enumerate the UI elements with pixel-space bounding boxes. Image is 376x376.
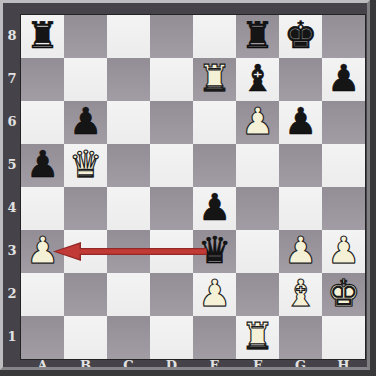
- square-d5[interactable]: [150, 144, 193, 187]
- square-g1[interactable]: [279, 316, 322, 359]
- square-b5[interactable]: ♛: [64, 144, 107, 187]
- white-pawn-a3[interactable]: ♟: [26, 229, 59, 272]
- square-b6[interactable]: ♟: [64, 101, 107, 144]
- square-b7[interactable]: [64, 58, 107, 101]
- square-f3[interactable]: [236, 230, 279, 273]
- square-f1[interactable]: ♜: [236, 316, 279, 359]
- square-f5[interactable]: [236, 144, 279, 187]
- square-e4[interactable]: ♟: [193, 187, 236, 230]
- square-h6[interactable]: [322, 101, 365, 144]
- square-e3[interactable]: ♛: [193, 230, 236, 273]
- square-h5[interactable]: [322, 144, 365, 187]
- file-label-g: G: [279, 360, 322, 370]
- square-g5[interactable]: [279, 144, 322, 187]
- square-b2[interactable]: [64, 273, 107, 316]
- rank-label-3: 3: [3, 230, 21, 273]
- square-g2[interactable]: ♝: [279, 273, 322, 316]
- square-a5[interactable]: ♟: [21, 144, 64, 187]
- square-c1[interactable]: [107, 316, 150, 359]
- file-labels: ABCDEFGH: [21, 360, 365, 370]
- square-d3[interactable]: [150, 230, 193, 273]
- square-g8[interactable]: ♚: [279, 15, 322, 58]
- square-a8[interactable]: ♜: [21, 15, 64, 58]
- square-g4[interactable]: [279, 187, 322, 230]
- file-label-e: E: [193, 360, 236, 370]
- white-king-h2[interactable]: ♚: [327, 272, 360, 315]
- file-label-c: C: [107, 360, 150, 370]
- square-b8[interactable]: [64, 15, 107, 58]
- black-pawn-e4[interactable]: ♟: [198, 186, 231, 229]
- white-rook-e7[interactable]: ♜: [198, 57, 231, 100]
- square-a6[interactable]: [21, 101, 64, 144]
- square-e6[interactable]: [193, 101, 236, 144]
- square-f2[interactable]: [236, 273, 279, 316]
- square-b3[interactable]: [64, 230, 107, 273]
- file-label-a: A: [21, 360, 64, 370]
- square-g3[interactable]: ♟: [279, 230, 322, 273]
- chess-board-frame: 87654321 ♜♜♚♜♝♟♟♟♟♟♛♟♟♛♟♟♟♝♚♜ ABCDEFGH: [0, 0, 370, 370]
- square-e1[interactable]: [193, 316, 236, 359]
- square-c6[interactable]: [107, 101, 150, 144]
- file-label-h: H: [322, 360, 365, 370]
- square-b4[interactable]: [64, 187, 107, 230]
- square-e7[interactable]: ♜: [193, 58, 236, 101]
- rank-label-1: 1: [3, 316, 21, 359]
- square-c8[interactable]: [107, 15, 150, 58]
- rank-label-2: 2: [3, 273, 21, 316]
- file-label-f: F: [236, 360, 279, 370]
- rank-label-7: 7: [3, 58, 21, 101]
- square-e2[interactable]: ♟: [193, 273, 236, 316]
- rank-labels: 87654321: [3, 15, 21, 359]
- white-pawn-e2[interactable]: ♟: [198, 272, 231, 315]
- black-rook-a8[interactable]: ♜: [26, 14, 59, 57]
- square-h8[interactable]: [322, 15, 365, 58]
- square-d2[interactable]: [150, 273, 193, 316]
- chess-board: ♜♜♚♜♝♟♟♟♟♟♛♟♟♛♟♟♟♝♚♜: [21, 15, 365, 359]
- black-rook-f8[interactable]: ♜: [241, 14, 274, 57]
- square-a7[interactable]: [21, 58, 64, 101]
- square-d8[interactable]: [150, 15, 193, 58]
- square-b1[interactable]: [64, 316, 107, 359]
- square-h3[interactable]: ♟: [322, 230, 365, 273]
- white-pawn-f6[interactable]: ♟: [241, 100, 274, 143]
- square-h2[interactable]: ♚: [322, 273, 365, 316]
- square-c2[interactable]: [107, 273, 150, 316]
- square-a3[interactable]: ♟: [21, 230, 64, 273]
- square-g6[interactable]: ♟: [279, 101, 322, 144]
- black-king-g8[interactable]: ♚: [284, 14, 317, 57]
- square-f7[interactable]: ♝: [236, 58, 279, 101]
- rank-label-6: 6: [3, 101, 21, 144]
- square-a4[interactable]: [21, 187, 64, 230]
- file-label-d: D: [150, 360, 193, 370]
- black-queen-e3[interactable]: ♛: [198, 229, 231, 272]
- white-queen-b5[interactable]: ♛: [69, 143, 102, 186]
- rank-label-8: 8: [3, 15, 21, 58]
- white-rook-f1[interactable]: ♜: [241, 315, 274, 358]
- black-pawn-g6[interactable]: ♟: [284, 100, 317, 143]
- square-d6[interactable]: [150, 101, 193, 144]
- square-h1[interactable]: [322, 316, 365, 359]
- square-c3[interactable]: [107, 230, 150, 273]
- rank-label-4: 4: [3, 187, 21, 230]
- black-pawn-h7[interactable]: ♟: [327, 57, 360, 100]
- square-e5[interactable]: [193, 144, 236, 187]
- square-c4[interactable]: [107, 187, 150, 230]
- white-pawn-g3[interactable]: ♟: [284, 229, 317, 272]
- square-e8[interactable]: [193, 15, 236, 58]
- square-f6[interactable]: ♟: [236, 101, 279, 144]
- rank-label-5: 5: [3, 144, 21, 187]
- square-a2[interactable]: [21, 273, 64, 316]
- square-d1[interactable]: [150, 316, 193, 359]
- square-g7[interactable]: [279, 58, 322, 101]
- black-pawn-a5[interactable]: ♟: [26, 143, 59, 186]
- square-c7[interactable]: [107, 58, 150, 101]
- square-a1[interactable]: [21, 316, 64, 359]
- file-label-b: B: [64, 360, 107, 370]
- square-d4[interactable]: [150, 187, 193, 230]
- white-pawn-h3[interactable]: ♟: [327, 229, 360, 272]
- square-f4[interactable]: [236, 187, 279, 230]
- square-h4[interactable]: [322, 187, 365, 230]
- square-d7[interactable]: [150, 58, 193, 101]
- black-pawn-b6[interactable]: ♟: [69, 100, 102, 143]
- black-bishop-f7[interactable]: ♝: [241, 57, 274, 100]
- square-f8[interactable]: ♜: [236, 15, 279, 58]
- white-bishop-g2[interactable]: ♝: [284, 272, 317, 315]
- square-h7[interactable]: ♟: [322, 58, 365, 101]
- square-c5[interactable]: [107, 144, 150, 187]
